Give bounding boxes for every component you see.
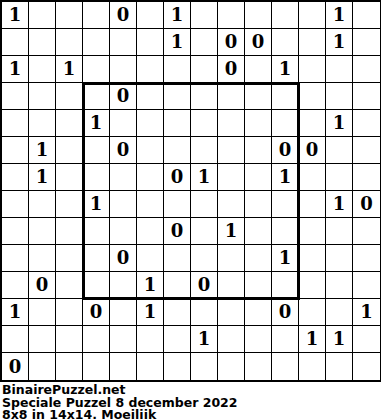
cell-r10c2[interactable]	[29, 245, 56, 272]
cell-r1c13: 1	[326, 2, 353, 29]
cell-r14c1: 0	[2, 353, 29, 380]
cell-r10c7[interactable]	[164, 245, 191, 272]
cell-r7c11: 1	[272, 164, 299, 191]
cell-r6c11: 0	[272, 137, 299, 164]
cell-r12c3[interactable]	[56, 299, 83, 326]
cell-r8c4: 1	[83, 191, 110, 218]
cell-r12c14: 1	[353, 299, 380, 326]
cell-r14c12[interactable]	[299, 353, 326, 380]
cell-r1c14[interactable]	[353, 2, 380, 29]
cell-r14c8[interactable]	[191, 353, 218, 380]
cell-r10c9[interactable]	[218, 245, 245, 272]
cell-r12c5[interactable]	[110, 299, 137, 326]
footer: BinairePuzzel.net Speciale Puzzel 8 dece…	[0, 382, 381, 419]
cell-r6c1[interactable]	[2, 137, 29, 164]
cell-r13c7[interactable]	[164, 326, 191, 353]
cell-r11c12[interactable]	[299, 272, 326, 299]
cell-r2c10: 0	[245, 29, 272, 56]
cell-r3c1: 1	[2, 56, 29, 83]
cell-r13c3[interactable]	[56, 326, 83, 353]
cell-r7c6[interactable]	[137, 164, 164, 191]
cell-r14c3[interactable]	[56, 353, 83, 380]
cell-r14c6[interactable]	[137, 353, 164, 380]
cell-r11c11[interactable]	[272, 272, 299, 299]
cell-r7c13[interactable]	[326, 164, 353, 191]
cell-r3c11: 1	[272, 56, 299, 83]
cell-r8c13: 1	[326, 191, 353, 218]
cell-r2c4[interactable]	[83, 29, 110, 56]
cell-r4c5: 0	[110, 83, 137, 110]
cell-r5c9[interactable]	[218, 110, 245, 137]
cell-r8c8[interactable]	[191, 191, 218, 218]
cell-r9c8[interactable]	[191, 218, 218, 245]
cell-r6c14[interactable]	[353, 137, 380, 164]
cell-r12c6: 1	[137, 299, 164, 326]
cell-r1c9[interactable]	[218, 2, 245, 29]
cell-r9c5[interactable]	[110, 218, 137, 245]
cell-r8c3[interactable]	[56, 191, 83, 218]
cell-r2c3[interactable]	[56, 29, 83, 56]
cell-r11c1[interactable]	[2, 272, 29, 299]
cell-r9c14[interactable]	[353, 218, 380, 245]
cell-r5c10[interactable]	[245, 110, 272, 137]
cell-r10c1[interactable]	[2, 245, 29, 272]
cell-r3c10[interactable]	[245, 56, 272, 83]
cell-r2c5[interactable]	[110, 29, 137, 56]
cell-r3c13[interactable]	[326, 56, 353, 83]
cell-r9c6[interactable]	[137, 218, 164, 245]
cell-r10c8[interactable]	[191, 245, 218, 272]
cell-r13c12: 1	[299, 326, 326, 353]
cell-r11c14[interactable]	[353, 272, 380, 299]
cell-r6c13[interactable]	[326, 137, 353, 164]
cell-r7c4[interactable]	[83, 164, 110, 191]
cell-r2c7: 1	[164, 29, 191, 56]
cell-r14c5[interactable]	[110, 353, 137, 380]
cell-r5c1[interactable]	[2, 110, 29, 137]
cell-r13c9[interactable]	[218, 326, 245, 353]
board-grid: 1011100111010111000101111001010101010111…	[0, 0, 381, 382]
cell-r12c10[interactable]	[245, 299, 272, 326]
cell-r9c4[interactable]	[83, 218, 110, 245]
cell-r10c3[interactable]	[56, 245, 83, 272]
cell-r12c4: 0	[83, 299, 110, 326]
cell-r11c7[interactable]	[164, 272, 191, 299]
cell-r2c2[interactable]	[29, 29, 56, 56]
cell-r7c10[interactable]	[245, 164, 272, 191]
cell-r12c8[interactable]	[191, 299, 218, 326]
cell-r11c5[interactable]	[110, 272, 137, 299]
cell-r14c7[interactable]	[164, 353, 191, 380]
cell-r5c14[interactable]	[353, 110, 380, 137]
cell-r11c4[interactable]	[83, 272, 110, 299]
cell-r5c11[interactable]	[272, 110, 299, 137]
cell-r13c8: 1	[191, 326, 218, 353]
cell-r14c10[interactable]	[245, 353, 272, 380]
cell-r2c14[interactable]	[353, 29, 380, 56]
cell-r3c14[interactable]	[353, 56, 380, 83]
cell-r6c8[interactable]	[191, 137, 218, 164]
cell-r8c6[interactable]	[137, 191, 164, 218]
cell-r10c4[interactable]	[83, 245, 110, 272]
cell-r8c2[interactable]	[29, 191, 56, 218]
cell-r10c13[interactable]	[326, 245, 353, 272]
cell-r2c13: 1	[326, 29, 353, 56]
cell-r1c7: 1	[164, 2, 191, 29]
cell-r3c7[interactable]	[164, 56, 191, 83]
cell-r10c6[interactable]	[137, 245, 164, 272]
cell-r12c9[interactable]	[218, 299, 245, 326]
cell-r12c13[interactable]	[326, 299, 353, 326]
cell-r7c1[interactable]	[2, 164, 29, 191]
cell-r9c1[interactable]	[2, 218, 29, 245]
cell-r10c5: 0	[110, 245, 137, 272]
cell-r10c14[interactable]	[353, 245, 380, 272]
cell-r13c6[interactable]	[137, 326, 164, 353]
cell-r13c5[interactable]	[110, 326, 137, 353]
cell-r13c14[interactable]	[353, 326, 380, 353]
cell-r14c4[interactable]	[83, 353, 110, 380]
cell-r11c2: 0	[29, 272, 56, 299]
cell-r11c9[interactable]	[218, 272, 245, 299]
cell-r5c2[interactable]	[29, 110, 56, 137]
cell-r4c4[interactable]	[83, 83, 110, 110]
cell-r10c12[interactable]	[299, 245, 326, 272]
cell-r8c9[interactable]	[218, 191, 245, 218]
cell-r3c8[interactable]	[191, 56, 218, 83]
cell-r6c5: 0	[110, 137, 137, 164]
cell-r3c6[interactable]	[137, 56, 164, 83]
cell-r9c13[interactable]	[326, 218, 353, 245]
cell-r14c9[interactable]	[218, 353, 245, 380]
cell-r14c13[interactable]	[326, 353, 353, 380]
cell-r3c12[interactable]	[299, 56, 326, 83]
cell-r13c2[interactable]	[29, 326, 56, 353]
cell-r9c3[interactable]	[56, 218, 83, 245]
cell-r14c11[interactable]	[272, 353, 299, 380]
cell-r9c12[interactable]	[299, 218, 326, 245]
cell-r6c9[interactable]	[218, 137, 245, 164]
cell-r1c6[interactable]	[137, 2, 164, 29]
cell-r6c12: 0	[299, 137, 326, 164]
cell-r5c12[interactable]	[299, 110, 326, 137]
cell-r8c5[interactable]	[110, 191, 137, 218]
cell-r4c10[interactable]	[245, 83, 272, 110]
cell-r4c1[interactable]	[2, 83, 29, 110]
cell-r4c8[interactable]	[191, 83, 218, 110]
cell-r7c7: 0	[164, 164, 191, 191]
cell-r4c11[interactable]	[272, 83, 299, 110]
cell-r7c9[interactable]	[218, 164, 245, 191]
cell-r12c12[interactable]	[299, 299, 326, 326]
cell-r13c1[interactable]	[2, 326, 29, 353]
cell-r4c3[interactable]	[56, 83, 83, 110]
cell-r2c9: 0	[218, 29, 245, 56]
cell-r3c9: 0	[218, 56, 245, 83]
cell-r11c6: 1	[137, 272, 164, 299]
cell-r14c14[interactable]	[353, 353, 380, 380]
cell-r13c4[interactable]	[83, 326, 110, 353]
cell-r8c12[interactable]	[299, 191, 326, 218]
cell-r11c8: 0	[191, 272, 218, 299]
cell-r1c4[interactable]	[83, 2, 110, 29]
cell-r9c9: 1	[218, 218, 245, 245]
cell-r12c7[interactable]	[164, 299, 191, 326]
cell-r5c13: 1	[326, 110, 353, 137]
cell-r10c10[interactable]	[245, 245, 272, 272]
cell-r12c1: 1	[2, 299, 29, 326]
cell-r8c7[interactable]	[164, 191, 191, 218]
cell-r5c7[interactable]	[164, 110, 191, 137]
cell-r11c13[interactable]	[326, 272, 353, 299]
cell-r11c10[interactable]	[245, 272, 272, 299]
cell-r13c13: 1	[326, 326, 353, 353]
cell-r12c2[interactable]	[29, 299, 56, 326]
cell-r8c14: 0	[353, 191, 380, 218]
cell-r9c7: 0	[164, 218, 191, 245]
cell-r1c8[interactable]	[191, 2, 218, 29]
cell-r5c5[interactable]	[110, 110, 137, 137]
cell-r4c9[interactable]	[218, 83, 245, 110]
cell-r4c12[interactable]	[299, 83, 326, 110]
cell-r3c2[interactable]	[29, 56, 56, 83]
cell-r12c11: 0	[272, 299, 299, 326]
cell-r7c14[interactable]	[353, 164, 380, 191]
cell-r8c1[interactable]	[2, 191, 29, 218]
cell-r1c10[interactable]	[245, 2, 272, 29]
cell-r1c5: 0	[110, 2, 137, 29]
cell-r5c8[interactable]	[191, 110, 218, 137]
cell-r4c14[interactable]	[353, 83, 380, 110]
cell-r3c3: 1	[56, 56, 83, 83]
cell-r14c2[interactable]	[29, 353, 56, 380]
cell-r6c3[interactable]	[56, 137, 83, 164]
cell-r4c13[interactable]	[326, 83, 353, 110]
cell-r8c10[interactable]	[245, 191, 272, 218]
cell-r13c11[interactable]	[272, 326, 299, 353]
cell-r10c11: 1	[272, 245, 299, 272]
cell-r8c11[interactable]	[272, 191, 299, 218]
cell-r1c1: 1	[2, 2, 29, 29]
cell-r9c10[interactable]	[245, 218, 272, 245]
cell-r1c2[interactable]	[29, 2, 56, 29]
cell-r4c2[interactable]	[29, 83, 56, 110]
cell-r3c4[interactable]	[83, 56, 110, 83]
cell-r2c12[interactable]	[299, 29, 326, 56]
cell-r5c3[interactable]	[56, 110, 83, 137]
cell-r6c6[interactable]	[137, 137, 164, 164]
cell-r9c2[interactable]	[29, 218, 56, 245]
footer-subtitle: 8x8 in 14x14, Moeilijk	[2, 409, 381, 419]
cell-r7c3[interactable]	[56, 164, 83, 191]
cell-r6c7[interactable]	[164, 137, 191, 164]
cell-r3c5[interactable]	[110, 56, 137, 83]
puzzle-page: 1011100111010111000101111001010101010111…	[0, 0, 381, 419]
cell-r2c8[interactable]	[191, 29, 218, 56]
cell-r6c4[interactable]	[83, 137, 110, 164]
cell-r5c6[interactable]	[137, 110, 164, 137]
cell-r9c11[interactable]	[272, 218, 299, 245]
cell-r4c7[interactable]	[164, 83, 191, 110]
cell-r13c10[interactable]	[245, 326, 272, 353]
cell-r7c5[interactable]	[110, 164, 137, 191]
cell-r6c10[interactable]	[245, 137, 272, 164]
cell-r2c6[interactable]	[137, 29, 164, 56]
cell-r1c3[interactable]	[56, 2, 83, 29]
cell-r11c3[interactable]	[56, 272, 83, 299]
cell-r4c6[interactable]	[137, 83, 164, 110]
cell-r7c8: 1	[191, 164, 218, 191]
cell-r1c12[interactable]	[299, 2, 326, 29]
cell-r1c11[interactable]	[272, 2, 299, 29]
cell-r2c1[interactable]	[2, 29, 29, 56]
cell-r7c12[interactable]	[299, 164, 326, 191]
cell-r7c2: 1	[29, 164, 56, 191]
cell-r5c4: 1	[83, 110, 110, 137]
cell-r6c2: 1	[29, 137, 56, 164]
cell-r2c11[interactable]	[272, 29, 299, 56]
